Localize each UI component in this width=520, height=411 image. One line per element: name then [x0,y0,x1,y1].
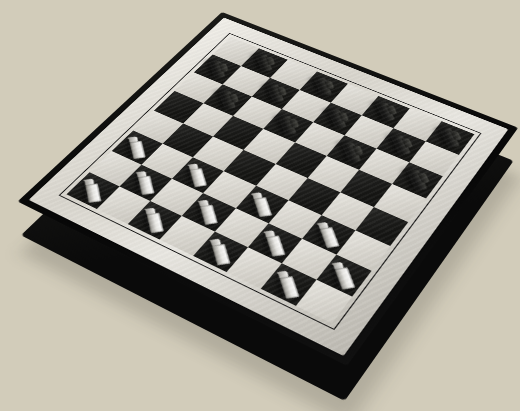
storage-box-tray [18,12,519,366]
truck-shape [320,226,339,247]
car-shape [376,102,395,121]
car-shape [328,109,347,128]
car-shape [210,61,226,79]
metal-board-plate [29,18,509,356]
car-shape [256,54,273,71]
truck-shape [139,175,155,194]
truck-shape [191,168,208,187]
car-shape [407,170,428,191]
truck-shape [86,183,102,202]
car-shape [219,91,236,110]
truck-shape [254,196,272,216]
car-shape [342,142,361,162]
car-shape [267,84,284,102]
photo-background [0,0,520,411]
truck-shape [201,204,218,224]
truck-shape [280,276,300,299]
truck-shape [130,140,146,158]
car-shape [440,128,460,148]
car-shape [315,78,333,96]
truck-shape [335,267,355,289]
truck-shape [147,212,164,232]
truck-shape [212,243,230,264]
car-shape [391,135,411,155]
truck-shape [266,235,285,256]
car-shape [279,116,297,135]
